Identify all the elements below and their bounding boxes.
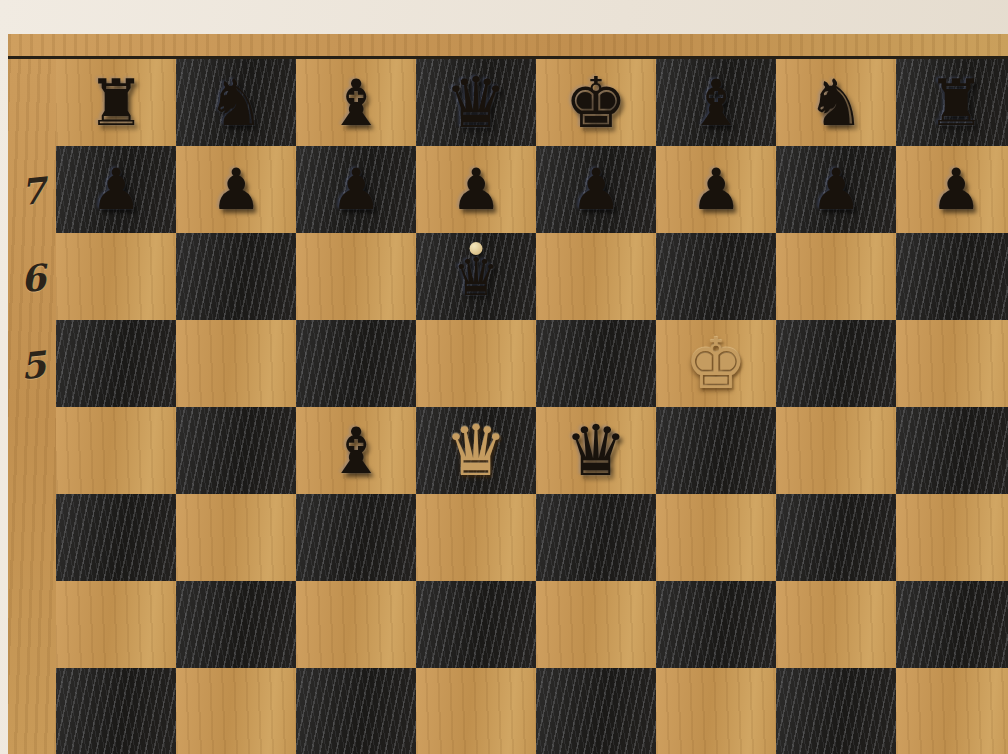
square-e5: [536, 320, 656, 407]
square-b4: [176, 407, 296, 494]
square-f7: ♟: [656, 146, 776, 233]
photo-scene: 765 ♜♞♝♛♚♝♞♜♟♟♟♟♟♟♟♟♛♚♝♛♛: [0, 0, 1008, 754]
square-c4: ♝: [296, 407, 416, 494]
black-pawn-d7: ♟: [416, 146, 536, 233]
square-c3: [296, 494, 416, 581]
black-knight-g8: ♞: [776, 59, 896, 146]
square-f5: ♚: [656, 320, 776, 407]
square-h2: [896, 581, 1008, 668]
black-pawn-a7: ♟: [56, 146, 176, 233]
square-a8: ♜: [56, 59, 176, 146]
square-f8: ♝: [656, 59, 776, 146]
square-a2: [56, 581, 176, 668]
black-pawn-f7: ♟: [656, 146, 776, 233]
square-h6: [896, 233, 1008, 320]
square-d3: [416, 494, 536, 581]
square-g8: ♞: [776, 59, 896, 146]
square-b1: [176, 668, 296, 754]
square-c5: [296, 320, 416, 407]
square-c7: ♟: [296, 146, 416, 233]
black-bishop-c4: ♝: [296, 407, 416, 494]
square-e8: ♚: [536, 59, 656, 146]
black-pawn-g7: ♟: [776, 146, 896, 233]
square-a5: [56, 320, 176, 407]
square-e4: ♛: [536, 407, 656, 494]
queen-ball-finial: [470, 242, 483, 255]
square-b7: ♟: [176, 146, 296, 233]
black-pawn-h7: ♟: [896, 146, 1008, 233]
square-g3: [776, 494, 896, 581]
square-d8: ♛: [416, 59, 536, 146]
white-queen-d4: ♛: [416, 407, 536, 494]
square-h1: [896, 668, 1008, 754]
square-f4: [656, 407, 776, 494]
square-d5: [416, 320, 536, 407]
square-g6: [776, 233, 896, 320]
square-e7: ♟: [536, 146, 656, 233]
square-g7: ♟: [776, 146, 896, 233]
square-h4: [896, 407, 1008, 494]
square-g4: [776, 407, 896, 494]
board-grid: ♜♞♝♛♚♝♞♜♟♟♟♟♟♟♟♟♛♚♝♛♛: [56, 59, 1008, 754]
square-a1: [56, 668, 176, 754]
black-pawn-c7: ♟: [296, 146, 416, 233]
black-queen-d8: ♛: [416, 59, 536, 146]
square-b6: [176, 233, 296, 320]
black-king-e8: ♚: [536, 59, 656, 146]
square-e3: [536, 494, 656, 581]
square-f6: [656, 233, 776, 320]
black-bishop-c8: ♝: [296, 59, 416, 146]
square-e6: [536, 233, 656, 320]
square-h3: [896, 494, 1008, 581]
black-knight-b8: ♞: [176, 59, 296, 146]
black-rook-h8: ♜: [896, 59, 1008, 146]
square-d1: [416, 668, 536, 754]
square-d4: ♛: [416, 407, 536, 494]
square-a7: ♟: [56, 146, 176, 233]
white-king-f5: ♚: [656, 320, 776, 407]
square-f3: [656, 494, 776, 581]
square-a6: [56, 233, 176, 320]
square-d6: ♛: [416, 233, 536, 320]
square-e1: [536, 668, 656, 754]
square-g1: [776, 668, 896, 754]
square-c1: [296, 668, 416, 754]
rank-label-6: 6: [11, 255, 55, 301]
black-bishop-f8: ♝: [656, 59, 776, 146]
square-g5: [776, 320, 896, 407]
square-g2: [776, 581, 896, 668]
square-b2: [176, 581, 296, 668]
black-rook-a8: ♜: [56, 59, 176, 146]
square-c2: [296, 581, 416, 668]
square-h8: ♜: [896, 59, 1008, 146]
rank-label-5: 5: [11, 342, 55, 388]
chess-board: 765 ♜♞♝♛♚♝♞♜♟♟♟♟♟♟♟♟♛♚♝♛♛: [8, 34, 1008, 754]
black-queen-d6: ♛: [416, 233, 536, 320]
square-f2: [656, 581, 776, 668]
rank-label-7: 7: [11, 168, 55, 214]
black-pawn-e7: ♟: [536, 146, 656, 233]
square-e2: [536, 581, 656, 668]
black-queen-e4: ♛: [536, 407, 656, 494]
square-c6: [296, 233, 416, 320]
square-a4: [56, 407, 176, 494]
square-b5: [176, 320, 296, 407]
board-top-margin: [8, 34, 1008, 59]
square-b3: [176, 494, 296, 581]
square-b8: ♞: [176, 59, 296, 146]
square-d2: [416, 581, 536, 668]
square-c8: ♝: [296, 59, 416, 146]
black-pawn-b7: ♟: [176, 146, 296, 233]
square-h7: ♟: [896, 146, 1008, 233]
rank-label-margin: 765: [8, 59, 56, 754]
square-d7: ♟: [416, 146, 536, 233]
square-a3: [56, 494, 176, 581]
square-h5: [896, 320, 1008, 407]
square-f1: [656, 668, 776, 754]
